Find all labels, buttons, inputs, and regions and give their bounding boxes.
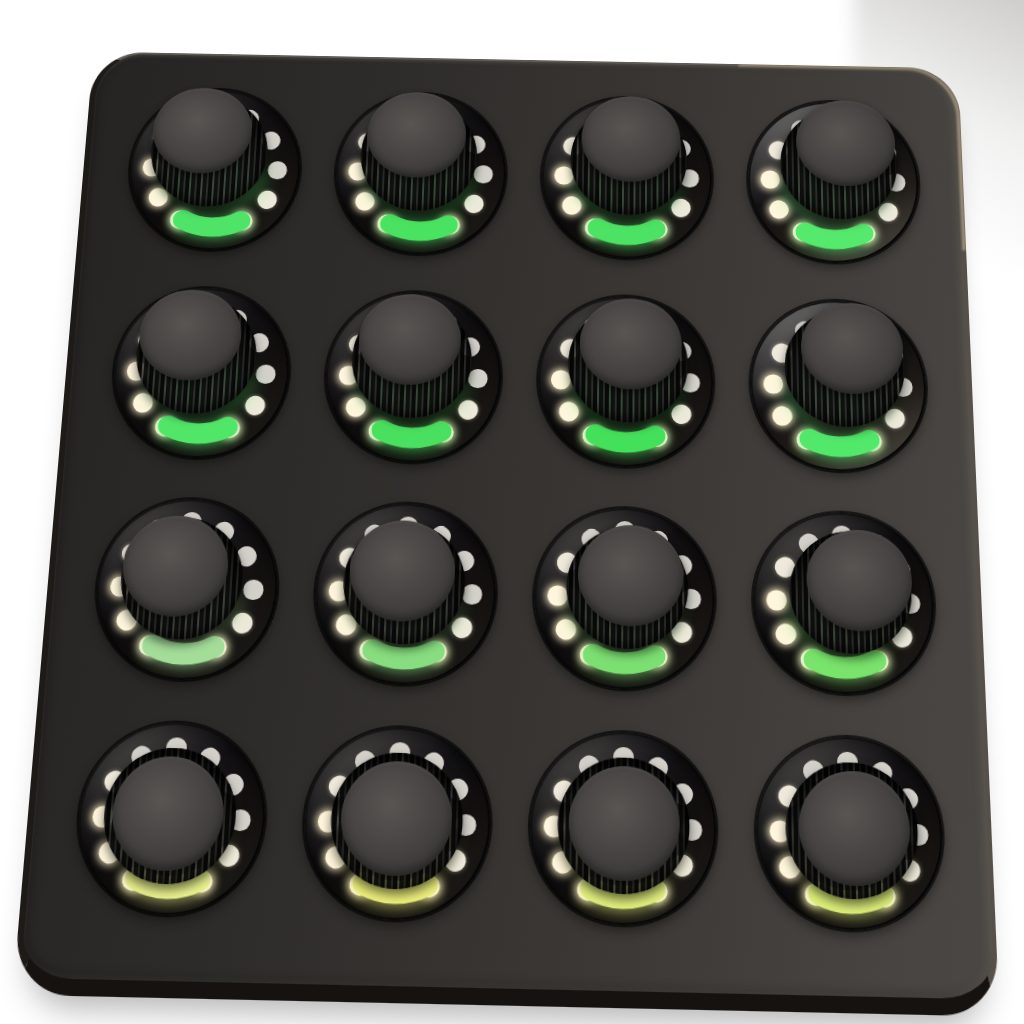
led-dot (462, 584, 482, 604)
encoder-knob-r1c4[interactable] (747, 100, 921, 264)
led-dot (554, 167, 573, 185)
led-dot (551, 370, 570, 389)
knob-cell (108, 71, 319, 269)
encoder-knob-r3c3[interactable] (533, 506, 716, 691)
knob-cell (739, 715, 963, 953)
encoder-knob-r3c1[interactable] (90, 497, 282, 681)
encoder-knob-r3c4[interactable] (752, 511, 937, 696)
knob-cell (306, 273, 518, 483)
knob-cell (295, 483, 514, 706)
encoder-knob-r1c2[interactable] (332, 92, 508, 256)
encoder-knob-r4c3[interactable] (528, 731, 717, 928)
led-dot (256, 364, 276, 383)
knob-cap (577, 524, 683, 627)
knob-cell (512, 711, 733, 949)
led-dot (548, 586, 568, 606)
encoder-knob-r4c2[interactable] (300, 726, 493, 923)
encoder-knob-r3c2[interactable] (311, 502, 498, 687)
knob-cell (521, 277, 729, 487)
knob-cell (73, 478, 298, 701)
knob-cell (91, 269, 309, 479)
encoder-knob-r2c3[interactable] (537, 295, 714, 469)
knob-cell (54, 701, 287, 939)
knob-cell (526, 79, 727, 277)
encoder-knob-r2c4[interactable] (750, 299, 929, 473)
knob-cell (733, 83, 937, 282)
knob-cell (317, 75, 522, 273)
photo-scene (0, 0, 1024, 1024)
encoder-knob-r2c1[interactable] (107, 287, 293, 460)
led-dot (761, 171, 780, 189)
knob-grid (20, 53, 994, 999)
knob-cell (283, 706, 509, 944)
encoder-knob-r4c1[interactable] (71, 721, 270, 917)
encoder-knob-r1c3[interactable] (540, 96, 712, 260)
knob-cap (581, 95, 680, 182)
led-dot (764, 374, 783, 393)
midi-controller-plate (13, 52, 1000, 1017)
knob-cell (737, 492, 954, 716)
encoder-knob-r2c2[interactable] (322, 291, 503, 465)
led-dot (468, 368, 488, 387)
led-dot (474, 165, 493, 183)
knob-cell (735, 281, 945, 492)
knob-cell (517, 487, 731, 711)
encoder-knob-r1c1[interactable] (124, 88, 304, 252)
encoder-knob-r4c4[interactable] (755, 735, 946, 932)
led-dot (767, 590, 787, 610)
